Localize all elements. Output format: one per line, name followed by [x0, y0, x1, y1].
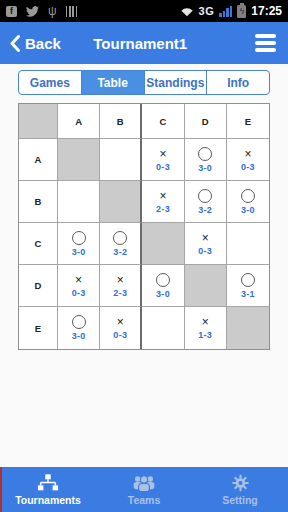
result-cell-C-A[interactable]: 3-0 — [58, 223, 100, 265]
diagonal-cell-B — [100, 181, 142, 223]
win-circle-icon — [113, 231, 127, 245]
diagonal-cell-D — [185, 265, 227, 307]
score-label: 3-2 — [198, 205, 212, 215]
title-bar: Back Tournament1 — [0, 22, 288, 64]
score-label: 3-2 — [113, 247, 127, 257]
col-header-A: A — [58, 104, 100, 139]
tab-info[interactable]: Info — [206, 71, 269, 94]
result-cell-B-A[interactable] — [58, 181, 100, 223]
usb-icon: ψ — [48, 5, 57, 17]
result-cell-A-E[interactable]: ×0-3 — [227, 139, 269, 181]
bottom-nav: Tournaments Teams — [0, 467, 288, 512]
table-corner-cell — [19, 104, 58, 139]
row-header-D: D — [19, 265, 58, 307]
score-label: 3-0 — [156, 289, 170, 299]
loss-cross-icon: × — [202, 232, 209, 244]
diagonal-cell-C — [142, 223, 184, 265]
result-cell-E-B[interactable]: ×0-3 — [100, 307, 142, 349]
loss-cross-icon: × — [117, 274, 124, 286]
bracket-icon — [37, 474, 59, 492]
score-label: 0-3 — [156, 162, 170, 172]
loss-cross-icon: × — [159, 190, 166, 202]
win-circle-icon — [241, 273, 255, 287]
red-edge-strip — [0, 467, 2, 512]
barcode-icon — [66, 6, 77, 17]
clock-label: 17:25 — [251, 4, 282, 18]
win-circle-icon — [72, 315, 86, 329]
loss-cross-icon: × — [244, 148, 251, 160]
cross-table: ABCDEA×0-33-0×0-3B×2-33-23-0C3-03-2×0-3D… — [18, 103, 270, 350]
result-cell-E-D[interactable]: ×1-3 — [185, 307, 227, 349]
wifi-icon — [180, 6, 194, 17]
tab-table[interactable]: Table — [81, 71, 144, 94]
loss-cross-icon: × — [75, 274, 82, 286]
facebook-icon: f — [6, 6, 17, 17]
menu-icon[interactable] — [253, 30, 278, 56]
score-label: 3-0 — [198, 163, 212, 173]
back-button[interactable]: Back — [10, 35, 61, 52]
nav-label-setting: Setting — [222, 494, 258, 506]
win-circle-icon — [241, 189, 255, 203]
score-label: 3-0 — [72, 331, 86, 341]
win-circle-icon — [198, 147, 212, 161]
signal-bars-icon — [219, 6, 232, 17]
result-cell-C-D[interactable]: ×0-3 — [185, 223, 227, 265]
result-cell-B-E[interactable]: 3-0 — [227, 181, 269, 223]
score-label: 2-3 — [113, 288, 127, 298]
result-cell-C-E[interactable] — [227, 223, 269, 265]
result-cell-B-D[interactable]: 3-2 — [185, 181, 227, 223]
col-header-D: D — [185, 104, 227, 139]
diagonal-cell-E — [227, 307, 269, 349]
nav-label-teams: Teams — [128, 494, 161, 506]
twitter-icon — [26, 6, 39, 17]
result-cell-C-B[interactable]: 3-2 — [100, 223, 142, 265]
score-label: 0-3 — [241, 162, 255, 172]
score-label: 3-0 — [72, 247, 86, 257]
notification-icons: f ψ — [6, 5, 77, 17]
row-header-E: E — [19, 307, 58, 349]
result-cell-E-A[interactable]: 3-0 — [58, 307, 100, 349]
score-label: 0-3 — [198, 246, 212, 256]
app-screen: f ψ 3G ϟ 17:25 Back — [0, 0, 288, 512]
score-label: 1-3 — [198, 330, 212, 340]
loss-cross-icon: × — [117, 316, 124, 328]
col-header-B: B — [100, 104, 142, 139]
result-cell-D-B[interactable]: ×2-3 — [100, 265, 142, 307]
loss-cross-icon: × — [159, 148, 166, 160]
nav-item-teams[interactable]: Teams — [96, 467, 192, 512]
back-label: Back — [25, 35, 61, 52]
tab-games[interactable]: Games — [19, 71, 81, 94]
tab-bar: Games Table Standings Info — [18, 70, 270, 95]
nav-item-setting[interactable]: Setting — [192, 467, 288, 512]
row-header-A: A — [19, 139, 58, 181]
tab-standings[interactable]: Standings — [144, 71, 207, 94]
score-label: 3-1 — [241, 289, 255, 299]
result-cell-A-D[interactable]: 3-0 — [185, 139, 227, 181]
col-header-E: E — [227, 104, 269, 139]
score-label: 0-3 — [72, 288, 86, 298]
result-cell-D-A[interactable]: ×0-3 — [58, 265, 100, 307]
result-cell-D-E[interactable]: 3-1 — [227, 265, 269, 307]
result-cell-E-C[interactable] — [142, 307, 184, 349]
score-label: 3-0 — [241, 205, 255, 215]
nav-label-tournaments: Tournaments — [15, 494, 81, 506]
network-type-label: 3G — [199, 5, 215, 17]
score-label: 0-3 — [113, 330, 127, 340]
people-icon — [131, 474, 157, 492]
loss-cross-icon: × — [202, 316, 209, 328]
score-label: 2-3 — [156, 204, 170, 214]
win-circle-icon — [72, 231, 86, 245]
col-header-C: C — [142, 104, 184, 139]
gear-icon — [231, 474, 250, 492]
page-title: Tournament1 — [93, 35, 187, 52]
status-bar: f ψ 3G ϟ 17:25 — [0, 0, 288, 22]
nav-item-tournaments[interactable]: Tournaments — [0, 467, 96, 512]
win-circle-icon — [156, 273, 170, 287]
win-circle-icon — [198, 189, 212, 203]
diagonal-cell-A — [58, 139, 100, 181]
result-cell-A-C[interactable]: ×0-3 — [142, 139, 184, 181]
row-header-C: C — [19, 223, 58, 265]
result-cell-A-B[interactable] — [100, 139, 142, 181]
battery-charging-icon: ϟ — [237, 5, 246, 18]
back-chevron-icon — [10, 35, 20, 52]
row-header-B: B — [19, 181, 58, 223]
result-cell-B-C[interactable]: ×2-3 — [142, 181, 184, 223]
system-status-icons: 3G ϟ 17:25 — [180, 4, 282, 18]
result-cell-D-C[interactable]: 3-0 — [142, 265, 184, 307]
